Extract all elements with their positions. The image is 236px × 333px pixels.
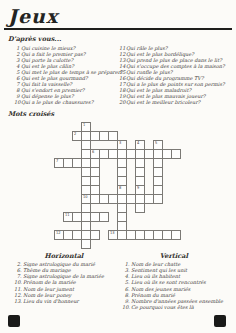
across-heading: Horizontal — [8, 252, 120, 260]
cell-number: 3 — [119, 141, 121, 145]
grid-cell[interactable] — [126, 149, 136, 159]
cell-number: 4 — [137, 141, 139, 145]
cell-number: 6 — [92, 150, 94, 154]
grid-cell[interactable]: 13 — [108, 230, 118, 240]
grid-cell[interactable]: 2 — [72, 131, 82, 141]
question-text: Qui est le meilleur bricoleur? — [126, 99, 200, 105]
grid-cell[interactable] — [81, 239, 91, 249]
cell-number: 10 — [83, 195, 88, 199]
clue-text: Ce pourquoi vous êtes là — [131, 305, 194, 311]
footer-ornament-left — [8, 315, 20, 327]
grid-cell[interactable] — [72, 212, 82, 222]
grid-cell[interactable] — [144, 194, 154, 204]
title-rule — [4, 28, 232, 30]
grid-cell[interactable] — [72, 230, 82, 240]
clue-text: Sentiment qui les unit — [131, 268, 187, 274]
clue-text: Nom des jeunes mariés — [131, 286, 190, 292]
cell-number: 7 — [56, 159, 58, 163]
grid-cell[interactable] — [72, 158, 82, 168]
clue-text: Nom de leur poney — [23, 292, 71, 298]
grid-cell[interactable] — [99, 212, 109, 222]
crossword-heading: Mots croisés — [8, 110, 228, 118]
grid-cell[interactable] — [108, 194, 118, 204]
clue-item: 10.Ce pourquoi vous êtes là — [122, 305, 236, 311]
clue-text: Nom de leur jument — [23, 286, 74, 292]
down-heading: Vertical — [120, 252, 228, 260]
quiz-section: 1Qui cuisine le mieux?2Qui a fait le pre… — [8, 45, 228, 106]
grid-cell[interactable] — [90, 230, 100, 240]
cell-number: 12 — [56, 231, 61, 235]
grid-cell[interactable] — [171, 149, 181, 159]
clue-text: Nombre d'années passées ensemble — [131, 299, 223, 305]
grid-cell[interactable] — [171, 230, 181, 240]
cell-number: 13 — [110, 231, 115, 235]
grid-cell[interactable] — [153, 194, 163, 204]
question-text: Qui a le plus de chaussures? — [21, 99, 93, 105]
grid-cell[interactable] — [135, 203, 145, 213]
clue-text: Thème du mariage — [23, 268, 71, 274]
cell-number: 9 — [137, 186, 139, 190]
grid-cell[interactable] — [126, 194, 136, 204]
question-number: 10 — [14, 99, 20, 105]
clue-text: Nom de leur chatte — [131, 261, 180, 267]
quiz-question: 20Qui est le meilleur bricoleur? — [119, 99, 236, 105]
question-number: 20 — [119, 99, 125, 105]
clue-number: 13. — [14, 299, 22, 305]
grid-cell[interactable] — [144, 149, 154, 159]
cell-number: 1 — [83, 123, 85, 127]
page-title: Jeux — [8, 6, 228, 26]
clues-section: 2.Signe astrologique du marié6.Thème du … — [8, 261, 228, 313]
down-clues-list: 1.Nom de leur chatte3.Sentiment qui les … — [118, 261, 236, 311]
clue-headings: Horizontal Vertical — [8, 252, 228, 260]
clue-text: Prénom du marié — [131, 292, 175, 298]
clue-text: Signe astrologique de la mariée — [23, 274, 104, 280]
clue-item: 13.Lieu du vin d'honneur — [14, 299, 118, 305]
quiz-question: 10Qui a le plus de chaussures? — [14, 99, 119, 105]
quiz-column-right: 11Qui râle le plus?12Qui est le plus bor… — [119, 45, 236, 105]
clue-text: Prénom de la mariée — [23, 280, 76, 286]
footer-ornament-right — [214, 315, 226, 327]
game-page: Jeux D'après vous... 1Qui cuisine le mie… — [0, 0, 236, 333]
clue-number: 10. — [122, 305, 130, 311]
clue-text: Lieu où ils se sont rencontrés — [131, 280, 206, 286]
crossword-grid: 12345678910111213 — [54, 122, 181, 249]
clue-text: Signe astrologique du marié — [23, 261, 95, 267]
cell-number: 8 — [119, 186, 121, 190]
across-clues-list: 2.Signe astrologique du marié6.Thème du … — [8, 261, 118, 311]
quiz-heading: D'après vous... — [8, 35, 228, 43]
grid-cell[interactable] — [108, 149, 118, 159]
clue-text: Lieu du vin d'honneur — [23, 299, 79, 305]
clue-text: Lieu où ils habitent — [131, 274, 180, 280]
cell-number: 11 — [65, 213, 70, 217]
quiz-column-left: 1Qui cuisine le mieux?2Qui a fait le pre… — [8, 45, 119, 105]
cell-number: 5 — [155, 141, 157, 145]
cell-number: 2 — [74, 132, 76, 136]
